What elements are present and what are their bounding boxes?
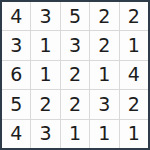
cell-r2c0[interactable]: 6 xyxy=(2,61,30,89)
cell-r3c2[interactable]: 2 xyxy=(61,90,89,118)
cell-r0c4[interactable]: 2 xyxy=(120,2,148,30)
cell-r4c0[interactable]: 4 xyxy=(2,120,30,148)
cell-r0c0[interactable]: 4 xyxy=(2,2,30,30)
cell-r0c3[interactable]: 2 xyxy=(90,2,118,30)
cell-r1c2[interactable]: 3 xyxy=(61,31,89,59)
cell-r2c3[interactable]: 1 xyxy=(90,61,118,89)
cell-r3c0[interactable]: 5 xyxy=(2,90,30,118)
cell-r1c0[interactable]: 3 xyxy=(2,31,30,59)
cell-r1c3[interactable]: 2 xyxy=(90,31,118,59)
cell-r1c4[interactable]: 1 xyxy=(120,31,148,59)
cell-r4c1[interactable]: 3 xyxy=(31,120,59,148)
puzzle-board: 4 3 5 2 2 3 1 3 2 1 6 1 2 1 4 5 2 2 3 2 … xyxy=(0,0,150,150)
cell-r4c4[interactable]: 1 xyxy=(120,120,148,148)
cell-r2c2[interactable]: 2 xyxy=(61,61,89,89)
cell-r0c2[interactable]: 5 xyxy=(61,2,89,30)
cell-r4c3[interactable]: 1 xyxy=(90,120,118,148)
cell-r1c1[interactable]: 1 xyxy=(31,31,59,59)
cell-r3c4[interactable]: 2 xyxy=(120,90,148,118)
cell-r4c2[interactable]: 1 xyxy=(61,120,89,148)
cell-r2c1[interactable]: 1 xyxy=(31,61,59,89)
cell-r0c1[interactable]: 3 xyxy=(31,2,59,30)
cell-r3c1[interactable]: 2 xyxy=(31,90,59,118)
cell-r2c4[interactable]: 4 xyxy=(120,61,148,89)
cell-r3c3[interactable]: 3 xyxy=(90,90,118,118)
